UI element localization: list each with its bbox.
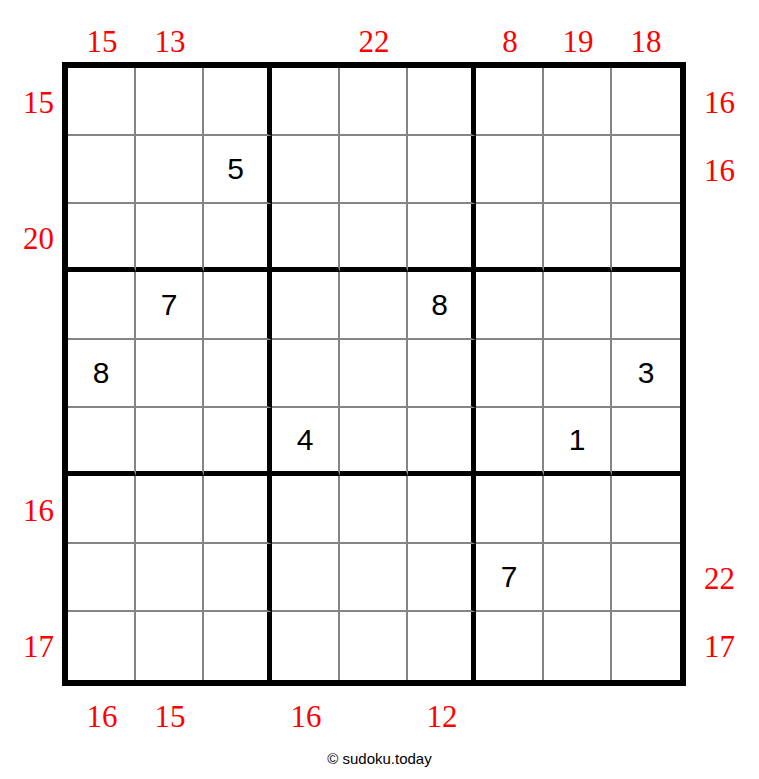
top-clue-8: 19 [563,26,594,57]
cell-r4c1[interactable] [68,272,136,340]
cell-r5c6[interactable] [408,340,476,408]
cell-r2c5[interactable] [340,136,408,204]
cell-r6c1[interactable] [68,408,136,476]
cell-r4c8[interactable] [544,272,612,340]
cell-r4c3[interactable] [204,272,272,340]
cell-r6c5[interactable] [340,408,408,476]
cell-r2c2[interactable] [136,136,204,204]
cell-r9c8[interactable] [544,612,612,680]
bottom-clue-1: 16 [87,701,118,732]
cell-r9c6[interactable] [408,612,476,680]
cell-r7c8[interactable] [544,476,612,544]
cell-r3c2[interactable] [136,204,204,272]
cell-r8c5[interactable] [340,544,408,612]
cell-r5c7[interactable] [476,340,544,408]
cell-r6c6[interactable] [408,408,476,476]
cell-r8c2[interactable] [136,544,204,612]
cell-r1c1[interactable] [68,68,136,136]
cell-r3c1[interactable] [68,204,136,272]
cell-r4c4[interactable] [272,272,340,340]
cell-r5c1[interactable]: 8 [68,340,136,408]
cell-r8c6[interactable] [408,544,476,612]
cell-r9c2[interactable] [136,612,204,680]
left-clue-1: 15 [23,87,54,118]
cell-r8c9[interactable] [612,544,680,612]
left-clue-7: 16 [23,495,54,526]
cell-r7c5[interactable] [340,476,408,544]
cell-r1c2[interactable] [136,68,204,136]
cell-r2c6[interactable] [408,136,476,204]
cell-r1c4[interactable] [272,68,340,136]
cell-r3c9[interactable] [612,204,680,272]
cell-r8c1[interactable] [68,544,136,612]
cell-r1c7[interactable] [476,68,544,136]
top-clue-1: 15 [87,26,118,57]
cell-r7c4[interactable] [272,476,340,544]
cell-r1c6[interactable] [408,68,476,136]
left-clues: 15201617 [0,68,60,680]
cell-r6c2[interactable] [136,408,204,476]
cell-r5c5[interactable] [340,340,408,408]
cell-r3c4[interactable] [272,204,340,272]
cell-r3c5[interactable] [340,204,408,272]
left-clue-3: 20 [23,223,54,254]
cell-r3c3[interactable] [204,204,272,272]
cell-r1c5[interactable] [340,68,408,136]
cell-r6c9[interactable] [612,408,680,476]
cell-r8c7[interactable]: 7 [476,544,544,612]
left-clue-9: 17 [23,631,54,662]
cell-r2c1[interactable] [68,136,136,204]
top-clue-5: 22 [359,26,390,57]
cell-r1c9[interactable] [612,68,680,136]
cell-r5c9[interactable]: 3 [612,340,680,408]
top-clue-9: 18 [631,26,662,57]
cell-r3c6[interactable] [408,204,476,272]
cell-r9c4[interactable] [272,612,340,680]
copyright-text: © sudoku.today [0,750,759,767]
cell-r6c7[interactable] [476,408,544,476]
right-clues: 16162217 [699,68,759,680]
cell-r7c9[interactable] [612,476,680,544]
cell-r4c2[interactable]: 7 [136,272,204,340]
right-clue-8: 22 [704,563,735,594]
cell-r8c3[interactable] [204,544,272,612]
bottom-clues: 16151612 [68,698,680,734]
cell-r7c7[interactable] [476,476,544,544]
cell-r3c7[interactable] [476,204,544,272]
right-clue-9: 17 [704,631,735,662]
cell-r4c7[interactable] [476,272,544,340]
top-clues: 15132281918 [68,0,680,62]
cell-r6c4[interactable]: 4 [272,408,340,476]
cell-r2c4[interactable] [272,136,340,204]
top-clue-2: 13 [155,26,186,57]
cell-r1c8[interactable] [544,68,612,136]
sudoku-grid: 57883417 [62,62,686,686]
cell-r7c6[interactable] [408,476,476,544]
cell-r4c9[interactable] [612,272,680,340]
cell-r2c8[interactable] [544,136,612,204]
cell-r8c8[interactable] [544,544,612,612]
bottom-clue-4: 16 [291,701,322,732]
cell-r9c7[interactable] [476,612,544,680]
cell-r9c3[interactable] [204,612,272,680]
cell-r5c4[interactable] [272,340,340,408]
cell-r4c5[interactable] [340,272,408,340]
cell-r7c2[interactable] [136,476,204,544]
right-clue-2: 16 [704,155,735,186]
right-clue-1: 16 [704,87,735,118]
cell-r3c8[interactable] [544,204,612,272]
cell-r6c3[interactable] [204,408,272,476]
cell-r9c9[interactable] [612,612,680,680]
cell-r6c8[interactable]: 1 [544,408,612,476]
cell-r2c3[interactable]: 5 [204,136,272,204]
puzzle-page: 15132281918 15201617 16162217 16151612 5… [0,0,759,779]
cell-r9c1[interactable] [68,612,136,680]
cell-r1c3[interactable] [204,68,272,136]
cell-r5c8[interactable] [544,340,612,408]
cell-r2c7[interactable] [476,136,544,204]
cell-r9c5[interactable] [340,612,408,680]
cell-r2c9[interactable] [612,136,680,204]
bottom-clue-6: 12 [427,701,458,732]
cell-r8c4[interactable] [272,544,340,612]
cell-r7c1[interactable] [68,476,136,544]
cell-r7c3[interactable] [204,476,272,544]
bottom-clue-2: 15 [155,701,186,732]
cell-r4c6[interactable]: 8 [408,272,476,340]
cell-r5c3[interactable] [204,340,272,408]
top-clue-7: 8 [502,26,518,57]
cell-r5c2[interactable] [136,340,204,408]
